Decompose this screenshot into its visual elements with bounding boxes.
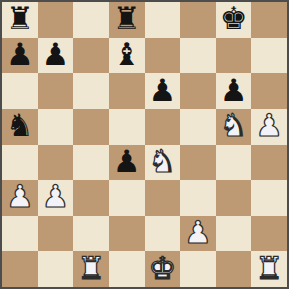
square-b7[interactable]: ♟	[38, 38, 74, 74]
square-d7[interactable]: ♝	[109, 38, 145, 74]
square-d1[interactable]	[109, 251, 145, 287]
square-a8[interactable]: ♜	[2, 2, 38, 38]
square-a7[interactable]: ♟	[2, 38, 38, 74]
square-c3[interactable]	[73, 180, 109, 216]
square-g7[interactable]	[216, 38, 252, 74]
square-f1[interactable]	[180, 251, 216, 287]
black-knight[interactable]: ♞	[6, 110, 34, 141]
white-king[interactable]: ♚	[148, 253, 176, 284]
square-b2[interactable]	[38, 216, 74, 252]
square-g4[interactable]	[216, 145, 252, 181]
white-rook[interactable]: ♜	[77, 253, 105, 284]
white-knight[interactable]: ♞	[220, 110, 248, 141]
square-b3[interactable]: ♟	[38, 180, 74, 216]
white-pawn[interactable]: ♟	[42, 181, 70, 212]
square-h2[interactable]	[251, 216, 287, 252]
white-pawn[interactable]: ♟	[184, 217, 212, 248]
square-h4[interactable]	[251, 145, 287, 181]
square-h3[interactable]	[251, 180, 287, 216]
square-f5[interactable]	[180, 109, 216, 145]
square-f6[interactable]	[180, 73, 216, 109]
square-f3[interactable]	[180, 180, 216, 216]
square-b4[interactable]	[38, 145, 74, 181]
square-b6[interactable]	[38, 73, 74, 109]
square-a1[interactable]	[2, 251, 38, 287]
square-a5[interactable]: ♞	[2, 109, 38, 145]
square-e6[interactable]: ♟	[145, 73, 181, 109]
white-pawn[interactable]: ♟	[6, 181, 34, 212]
square-h7[interactable]	[251, 38, 287, 74]
square-e8[interactable]	[145, 2, 181, 38]
square-d2[interactable]	[109, 216, 145, 252]
square-h5[interactable]: ♟	[251, 109, 287, 145]
square-b8[interactable]	[38, 2, 74, 38]
square-c4[interactable]	[73, 145, 109, 181]
black-rook[interactable]: ♜	[113, 3, 141, 34]
black-king[interactable]: ♚	[220, 3, 248, 34]
square-c2[interactable]	[73, 216, 109, 252]
chess-board: ♜♜♚♟♟♝♟♟♞♞♟♟♞♟♟♟♜♚♜	[0, 0, 289, 289]
square-g3[interactable]	[216, 180, 252, 216]
square-c7[interactable]	[73, 38, 109, 74]
black-pawn[interactable]: ♟	[6, 39, 34, 70]
square-f4[interactable]	[180, 145, 216, 181]
square-g2[interactable]	[216, 216, 252, 252]
square-e5[interactable]	[145, 109, 181, 145]
square-e2[interactable]	[145, 216, 181, 252]
black-pawn[interactable]: ♟	[148, 75, 176, 106]
square-d8[interactable]: ♜	[109, 2, 145, 38]
square-g8[interactable]: ♚	[216, 2, 252, 38]
black-pawn[interactable]: ♟	[113, 146, 141, 177]
white-rook[interactable]: ♜	[255, 253, 283, 284]
square-g1[interactable]	[216, 251, 252, 287]
square-a2[interactable]	[2, 216, 38, 252]
square-g6[interactable]: ♟	[216, 73, 252, 109]
black-pawn[interactable]: ♟	[220, 75, 248, 106]
square-c5[interactable]	[73, 109, 109, 145]
square-h6[interactable]	[251, 73, 287, 109]
square-d4[interactable]: ♟	[109, 145, 145, 181]
square-a4[interactable]	[2, 145, 38, 181]
square-f8[interactable]	[180, 2, 216, 38]
square-d6[interactable]	[109, 73, 145, 109]
square-c1[interactable]: ♜	[73, 251, 109, 287]
square-c8[interactable]	[73, 2, 109, 38]
square-a6[interactable]	[2, 73, 38, 109]
white-knight[interactable]: ♞	[148, 146, 176, 177]
white-pawn[interactable]: ♟	[255, 110, 283, 141]
square-b1[interactable]	[38, 251, 74, 287]
square-c6[interactable]	[73, 73, 109, 109]
square-d5[interactable]	[109, 109, 145, 145]
square-e1[interactable]: ♚	[145, 251, 181, 287]
square-h8[interactable]	[251, 2, 287, 38]
square-e3[interactable]	[145, 180, 181, 216]
square-e4[interactable]: ♞	[145, 145, 181, 181]
square-b5[interactable]	[38, 109, 74, 145]
square-a3[interactable]: ♟	[2, 180, 38, 216]
square-h1[interactable]: ♜	[251, 251, 287, 287]
black-rook[interactable]: ♜	[6, 3, 34, 34]
square-g5[interactable]: ♞	[216, 109, 252, 145]
square-e7[interactable]	[145, 38, 181, 74]
square-f2[interactable]: ♟	[180, 216, 216, 252]
square-d3[interactable]	[109, 180, 145, 216]
black-bishop[interactable]: ♝	[113, 39, 141, 70]
square-f7[interactable]	[180, 38, 216, 74]
black-pawn[interactable]: ♟	[42, 39, 70, 70]
